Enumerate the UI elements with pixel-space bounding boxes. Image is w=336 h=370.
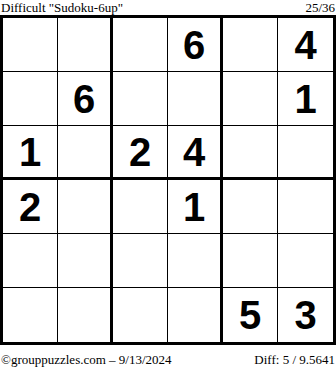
cell-r2c1[interactable] (3, 72, 58, 126)
cell-r1c2[interactable] (58, 18, 113, 72)
cell-r2c2[interactable]: 6 (58, 72, 113, 126)
cell-r4c5[interactable] (223, 180, 278, 234)
cell-r1c1[interactable] (3, 18, 58, 72)
cell-r3c6[interactable] (278, 126, 333, 180)
cell-r2c6[interactable]: 1 (278, 72, 333, 126)
cell-r4c2[interactable] (58, 180, 113, 234)
cell-r2c5[interactable] (223, 72, 278, 126)
cell-r3c1[interactable]: 1 (3, 126, 58, 180)
cell-r5c6[interactable] (278, 234, 333, 288)
sudoku-grid: 64611242153 (0, 15, 336, 345)
puzzle-page: Difficult "Sudoku-6up" 25/36 64611242153… (0, 0, 336, 370)
cell-r1c5[interactable] (223, 18, 278, 72)
cell-r5c4[interactable] (168, 234, 223, 288)
cell-r6c5[interactable]: 5 (223, 288, 278, 342)
cell-r1c3[interactable] (113, 18, 168, 72)
cell-r5c2[interactable] (58, 234, 113, 288)
cell-r3c2[interactable] (58, 126, 113, 180)
cell-r5c1[interactable] (3, 234, 58, 288)
cell-r1c6[interactable]: 4 (278, 18, 333, 72)
cells-remaining-counter: 25/36 (305, 1, 335, 14)
difficulty-rating: Diff: 5 / 9.5641 (254, 353, 335, 367)
cell-r5c3[interactable] (113, 234, 168, 288)
cell-r6c4[interactable] (168, 288, 223, 342)
cell-r1c4[interactable]: 6 (168, 18, 223, 72)
cell-r4c1[interactable]: 2 (3, 180, 58, 234)
cell-r3c5[interactable] (223, 126, 278, 180)
cell-r4c3[interactable] (113, 180, 168, 234)
copyright-date: ©grouppuzzles.com – 9/13/2024 (1, 353, 172, 367)
header: Difficult "Sudoku-6up" 25/36 (0, 0, 336, 15)
cell-r6c1[interactable] (3, 288, 58, 342)
cell-r2c3[interactable] (113, 72, 168, 126)
cell-r4c4[interactable]: 1 (168, 180, 223, 234)
cell-r4c6[interactable] (278, 180, 333, 234)
cell-r2c4[interactable] (168, 72, 223, 126)
cell-r5c5[interactable] (223, 234, 278, 288)
cell-r3c3[interactable]: 2 (113, 126, 168, 180)
cell-r6c3[interactable] (113, 288, 168, 342)
puzzle-title: Difficult "Sudoku-6up" (1, 1, 123, 14)
cell-r6c2[interactable] (58, 288, 113, 342)
cell-r3c4[interactable]: 4 (168, 126, 223, 180)
footer: ©grouppuzzles.com – 9/13/2024 Diff: 5 / … (0, 345, 336, 370)
cell-r6c6[interactable]: 3 (278, 288, 333, 342)
